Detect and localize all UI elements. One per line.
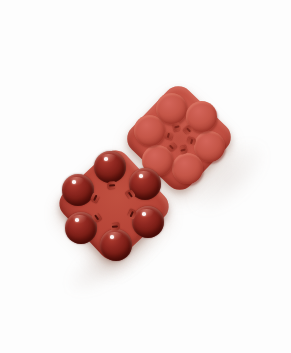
dome-cavity [156, 93, 187, 124]
ball-cavity [65, 212, 97, 244]
product-photo [0, 0, 291, 353]
ball-cavity [132, 206, 164, 238]
ball-cavity [129, 168, 161, 200]
stem [110, 223, 119, 231]
stem-nub [172, 122, 181, 132]
stem [107, 181, 116, 189]
stem-nub [178, 145, 187, 155]
ball-cavity [94, 151, 126, 183]
ball-cavity [62, 174, 94, 206]
dome-cavity [172, 153, 203, 184]
ball-cavity [100, 229, 132, 261]
dome-cavity [186, 101, 217, 132]
